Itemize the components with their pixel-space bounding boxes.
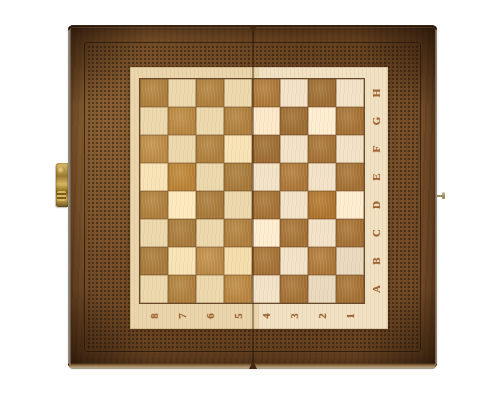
square	[308, 247, 336, 275]
rank-label: 3	[281, 302, 307, 330]
square	[224, 219, 252, 247]
square	[168, 79, 196, 107]
square	[308, 79, 336, 107]
square	[196, 107, 224, 135]
square	[280, 275, 308, 303]
square	[196, 135, 224, 163]
square	[280, 79, 308, 107]
square	[252, 163, 280, 191]
square	[308, 275, 336, 303]
square	[140, 275, 168, 303]
square	[308, 163, 336, 191]
square	[224, 191, 252, 219]
file-label: A	[362, 277, 390, 301]
square	[224, 247, 252, 275]
square	[168, 191, 196, 219]
fold-seam	[252, 26, 254, 368]
file-label: E	[362, 165, 390, 189]
square	[336, 275, 364, 303]
square	[252, 191, 280, 219]
square	[280, 135, 308, 163]
square	[224, 163, 252, 191]
square	[168, 107, 196, 135]
square	[252, 219, 280, 247]
square	[140, 191, 168, 219]
square	[252, 107, 280, 135]
file-label: B	[362, 249, 390, 273]
square	[196, 163, 224, 191]
rank-label: 6	[197, 302, 223, 330]
square	[336, 107, 364, 135]
square	[308, 191, 336, 219]
rank-label: 8	[141, 302, 167, 330]
square	[196, 191, 224, 219]
rank-label: 4	[253, 302, 279, 330]
square	[280, 107, 308, 135]
square	[140, 135, 168, 163]
square	[140, 79, 168, 107]
square	[336, 247, 364, 275]
rank-label: 5	[225, 302, 251, 330]
square	[336, 191, 364, 219]
seam-notch-top	[249, 25, 257, 33]
square	[224, 275, 252, 303]
chess-box: HGFEDCBA 87654321	[68, 25, 437, 368]
square	[196, 79, 224, 107]
square	[196, 219, 224, 247]
square	[196, 247, 224, 275]
square	[308, 135, 336, 163]
file-label: F	[362, 137, 390, 161]
square	[140, 247, 168, 275]
square	[252, 79, 280, 107]
latch-pin-icon	[437, 192, 445, 199]
square	[336, 163, 364, 191]
square	[280, 219, 308, 247]
square	[168, 135, 196, 163]
square	[280, 163, 308, 191]
rank-label: 7	[169, 302, 195, 330]
square	[308, 219, 336, 247]
rank-label: 2	[309, 302, 335, 330]
square	[336, 219, 364, 247]
square	[140, 107, 168, 135]
square	[168, 247, 196, 275]
square	[280, 247, 308, 275]
square	[224, 107, 252, 135]
rank-label: 1	[337, 302, 363, 330]
square	[336, 135, 364, 163]
file-labels: HGFEDCBA	[364, 79, 388, 303]
square	[336, 79, 364, 107]
file-label: C	[362, 221, 390, 245]
square	[252, 247, 280, 275]
square	[308, 107, 336, 135]
file-label: H	[362, 81, 390, 105]
brass-clasp-icon	[56, 163, 68, 207]
square	[140, 219, 168, 247]
file-label: G	[362, 109, 390, 133]
square	[196, 275, 224, 303]
square	[252, 275, 280, 303]
board-panel: HGFEDCBA 87654321	[130, 67, 388, 329]
square	[224, 79, 252, 107]
square	[224, 135, 252, 163]
box-left-bevel	[68, 29, 71, 365]
square	[168, 275, 196, 303]
file-label: D	[362, 193, 390, 217]
square	[140, 163, 168, 191]
square	[168, 163, 196, 191]
square	[168, 219, 196, 247]
square	[252, 135, 280, 163]
square	[280, 191, 308, 219]
